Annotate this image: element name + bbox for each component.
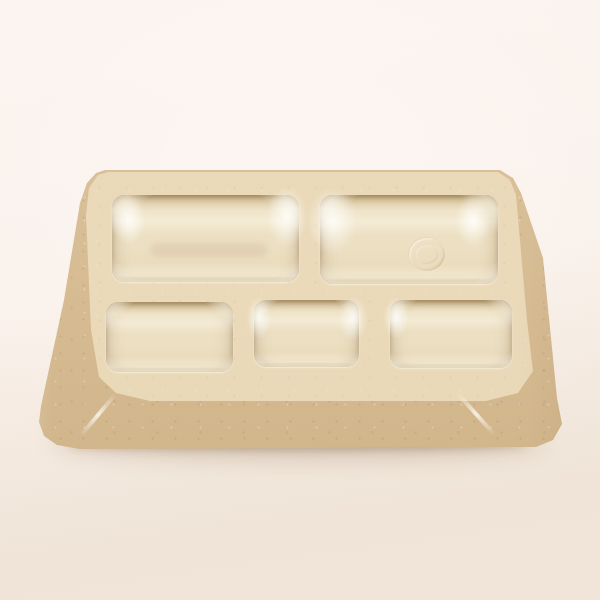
specular-highlight (383, 297, 409, 339)
product-photo (0, 0, 600, 600)
compartment-front-left (106, 302, 233, 372)
embossed-logo-mark (409, 238, 445, 271)
specular-highlight (306, 188, 358, 254)
specular-highlight (112, 194, 146, 246)
specular-highlight (455, 194, 491, 248)
specular-highlight (266, 186, 308, 248)
specular-highlight (338, 297, 368, 341)
specular-highlight (246, 297, 272, 339)
embossed-text-mark (150, 243, 268, 258)
